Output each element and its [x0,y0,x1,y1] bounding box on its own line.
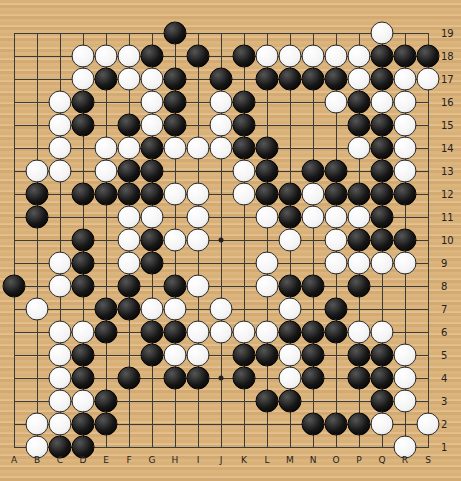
white-stone[interactable] [394,68,417,91]
white-stone[interactable] [302,45,325,68]
black-stone[interactable] [118,114,141,137]
go-board: ABCDEFGHIJKLMNOPQRS191817161514131211109… [0,0,461,481]
black-stone[interactable] [95,68,118,91]
white-stone[interactable] [72,45,95,68]
black-stone[interactable] [141,344,164,367]
black-stone[interactable] [233,137,256,160]
white-stone[interactable] [141,298,164,321]
row-label-17: 17 [441,74,454,85]
white-stone[interactable] [371,321,394,344]
white-stone[interactable] [371,22,394,45]
black-stone[interactable] [141,137,164,160]
black-stone[interactable] [164,91,187,114]
white-stone[interactable] [348,321,371,344]
black-stone[interactable] [302,413,325,436]
black-stone[interactable] [72,367,95,390]
white-stone[interactable] [187,344,210,367]
row-label-6: 6 [441,327,447,338]
row-label-7: 7 [441,304,447,315]
column-label-I: I [190,455,206,465]
black-stone[interactable] [233,91,256,114]
white-stone[interactable] [187,183,210,206]
column-label-C: C [52,455,68,465]
row-label-11: 11 [441,212,454,223]
white-stone[interactable] [26,298,49,321]
black-stone[interactable] [164,114,187,137]
row-label-1: 1 [441,442,447,453]
black-stone[interactable] [118,160,141,183]
column-label-S: S [420,455,436,465]
row-label-5: 5 [441,350,447,361]
white-stone[interactable] [118,45,141,68]
black-stone[interactable] [95,298,118,321]
black-stone[interactable] [371,206,394,229]
black-stone[interactable] [3,275,26,298]
white-stone[interactable] [49,413,72,436]
white-stone[interactable] [187,321,210,344]
black-stone[interactable] [141,252,164,275]
white-stone[interactable] [164,137,187,160]
black-stone[interactable] [187,367,210,390]
white-stone[interactable] [49,252,72,275]
black-stone[interactable] [348,91,371,114]
column-label-J: J [213,455,229,465]
black-stone[interactable] [187,45,210,68]
white-stone[interactable] [164,183,187,206]
black-stone[interactable] [279,390,302,413]
white-stone[interactable] [49,344,72,367]
black-stone[interactable] [72,114,95,137]
column-label-P: P [351,455,367,465]
white-stone[interactable] [210,91,233,114]
black-stone[interactable] [141,183,164,206]
black-stone[interactable] [371,45,394,68]
white-stone[interactable] [26,413,49,436]
white-stone[interactable] [187,137,210,160]
white-stone[interactable] [26,160,49,183]
black-stone[interactable] [72,229,95,252]
white-stone[interactable] [233,183,256,206]
white-stone[interactable] [49,275,72,298]
white-stone[interactable] [394,91,417,114]
black-stone[interactable] [371,344,394,367]
black-stone[interactable] [95,413,118,436]
black-stone[interactable] [26,183,49,206]
white-stone[interactable] [348,252,371,275]
white-stone[interactable] [49,321,72,344]
black-stone[interactable] [348,183,371,206]
white-stone[interactable] [348,45,371,68]
white-stone[interactable] [417,413,440,436]
white-stone[interactable] [325,229,348,252]
white-stone[interactable] [279,229,302,252]
black-stone[interactable] [164,275,187,298]
white-stone[interactable] [348,206,371,229]
white-stone[interactable] [164,298,187,321]
column-label-F: F [121,455,137,465]
black-stone[interactable] [348,114,371,137]
row-label-8: 8 [441,281,447,292]
column-label-G: G [144,455,160,465]
white-stone[interactable] [141,91,164,114]
black-stone[interactable] [164,321,187,344]
column-label-K: K [236,455,252,465]
black-stone[interactable] [325,160,348,183]
black-stone[interactable] [141,229,164,252]
black-stone[interactable] [95,321,118,344]
black-stone[interactable] [164,22,187,45]
black-stone[interactable] [256,137,279,160]
grid-line-vertical [267,33,268,448]
black-stone[interactable] [371,114,394,137]
white-stone[interactable] [118,252,141,275]
white-stone[interactable] [141,206,164,229]
column-label-Q: Q [374,455,390,465]
grid-line-vertical [106,33,107,448]
white-stone[interactable] [187,206,210,229]
white-stone[interactable] [210,298,233,321]
white-stone[interactable] [164,229,187,252]
black-stone[interactable] [348,367,371,390]
column-label-L: L [259,455,275,465]
row-label-14: 14 [441,143,454,154]
white-stone[interactable] [256,321,279,344]
row-label-3: 3 [441,396,447,407]
black-stone[interactable] [371,68,394,91]
column-label-A: A [6,455,22,465]
white-stone[interactable] [233,160,256,183]
black-stone[interactable] [348,344,371,367]
white-stone[interactable] [72,68,95,91]
white-stone[interactable] [394,390,417,413]
white-stone[interactable] [256,275,279,298]
column-label-M: M [282,455,298,465]
black-stone[interactable] [233,367,256,390]
black-stone[interactable] [256,183,279,206]
black-stone[interactable] [72,413,95,436]
white-stone[interactable] [118,206,141,229]
black-stone[interactable] [26,206,49,229]
row-label-12: 12 [441,189,454,200]
black-stone[interactable] [302,68,325,91]
white-stone[interactable] [371,413,394,436]
row-label-15: 15 [441,120,454,131]
white-stone[interactable] [371,91,394,114]
black-stone[interactable] [371,183,394,206]
black-stone[interactable] [72,275,95,298]
white-stone[interactable] [72,321,95,344]
black-stone[interactable] [371,390,394,413]
white-stone[interactable] [164,344,187,367]
black-stone[interactable] [325,68,348,91]
black-stone[interactable] [118,367,141,390]
black-stone[interactable] [302,344,325,367]
white-stone[interactable] [49,137,72,160]
white-stone[interactable] [49,160,72,183]
grid-line-vertical [37,33,38,448]
black-stone[interactable] [302,160,325,183]
black-stone[interactable] [72,91,95,114]
white-stone[interactable] [233,321,256,344]
white-stone[interactable] [95,45,118,68]
white-stone[interactable] [279,344,302,367]
black-stone[interactable] [325,183,348,206]
black-stone[interactable] [325,298,348,321]
black-stone[interactable] [72,252,95,275]
white-stone[interactable] [141,114,164,137]
column-label-N: N [305,455,321,465]
black-stone[interactable] [72,183,95,206]
black-stone[interactable] [348,275,371,298]
white-stone[interactable] [256,45,279,68]
row-label-16: 16 [441,97,454,108]
black-stone[interactable] [141,321,164,344]
white-stone[interactable] [256,252,279,275]
row-label-19: 19 [441,28,454,39]
column-label-O: O [328,455,344,465]
white-stone[interactable] [394,160,417,183]
white-stone[interactable] [95,137,118,160]
black-stone[interactable] [371,229,394,252]
black-stone[interactable] [256,344,279,367]
white-stone[interactable] [118,137,141,160]
black-stone[interactable] [233,45,256,68]
black-stone[interactable] [279,68,302,91]
white-stone[interactable] [325,45,348,68]
black-stone[interactable] [348,229,371,252]
white-stone[interactable] [394,367,417,390]
black-stone[interactable] [72,344,95,367]
row-label-13: 13 [441,166,454,177]
black-stone[interactable] [164,367,187,390]
white-stone[interactable] [302,183,325,206]
black-stone[interactable] [348,413,371,436]
black-stone[interactable] [302,321,325,344]
white-stone[interactable] [141,68,164,91]
black-stone[interactable] [325,321,348,344]
white-stone[interactable] [95,160,118,183]
black-stone[interactable] [417,45,440,68]
white-stone[interactable] [118,68,141,91]
white-stone[interactable] [394,137,417,160]
black-stone[interactable] [371,367,394,390]
white-stone[interactable] [371,252,394,275]
column-label-R: R [397,455,413,465]
white-stone[interactable] [256,206,279,229]
black-stone[interactable] [371,137,394,160]
white-stone[interactable] [279,298,302,321]
black-stone[interactable] [118,183,141,206]
black-stone[interactable] [95,183,118,206]
black-stone[interactable] [95,390,118,413]
black-stone[interactable] [141,45,164,68]
black-stone[interactable] [256,68,279,91]
grid-line-vertical [428,33,429,448]
column-label-E: E [98,455,114,465]
white-stone[interactable] [394,252,417,275]
black-stone[interactable] [394,45,417,68]
black-stone[interactable] [141,160,164,183]
black-stone[interactable] [394,183,417,206]
grid-line-vertical [14,33,15,448]
white-stone[interactable] [49,114,72,137]
row-label-10: 10 [441,235,454,246]
black-stone[interactable] [279,275,302,298]
row-label-4: 4 [441,373,447,384]
white-stone[interactable] [210,321,233,344]
black-stone[interactable] [279,206,302,229]
white-stone[interactable] [279,367,302,390]
white-stone[interactable] [187,275,210,298]
white-stone[interactable] [279,45,302,68]
white-stone[interactable] [325,91,348,114]
black-stone[interactable] [302,275,325,298]
star-point [219,376,224,381]
white-stone[interactable] [417,68,440,91]
black-stone[interactable] [210,68,233,91]
black-stone[interactable] [325,413,348,436]
black-stone[interactable] [233,344,256,367]
column-label-H: H [167,455,183,465]
go-game-screenshot: ABCDEFGHIJKLMNOPQRS191817161514131211109… [0,0,461,481]
column-label-D: D [75,455,91,465]
white-stone[interactable] [49,91,72,114]
black-stone[interactable] [279,321,302,344]
white-stone[interactable] [210,137,233,160]
black-stone[interactable] [371,160,394,183]
column-label-B: B [29,455,45,465]
white-stone[interactable] [325,206,348,229]
white-stone[interactable] [325,252,348,275]
white-stone[interactable] [187,229,210,252]
row-label-18: 18 [441,51,454,62]
black-stone[interactable] [256,160,279,183]
star-point [219,238,224,243]
white-stone[interactable] [118,229,141,252]
black-stone[interactable] [164,68,187,91]
black-stone[interactable] [394,229,417,252]
white-stone[interactable] [49,390,72,413]
black-stone[interactable] [256,390,279,413]
black-stone[interactable] [302,367,325,390]
black-stone[interactable] [279,183,302,206]
black-stone[interactable] [118,298,141,321]
row-label-2: 2 [441,419,447,430]
white-stone[interactable] [72,390,95,413]
white-stone[interactable] [49,367,72,390]
white-stone[interactable] [348,68,371,91]
row-label-9: 9 [441,258,447,269]
white-stone[interactable] [210,114,233,137]
black-stone[interactable] [233,114,256,137]
white-stone[interactable] [302,206,325,229]
white-stone[interactable] [348,137,371,160]
white-stone[interactable] [394,344,417,367]
black-stone[interactable] [118,275,141,298]
white-stone[interactable] [394,114,417,137]
